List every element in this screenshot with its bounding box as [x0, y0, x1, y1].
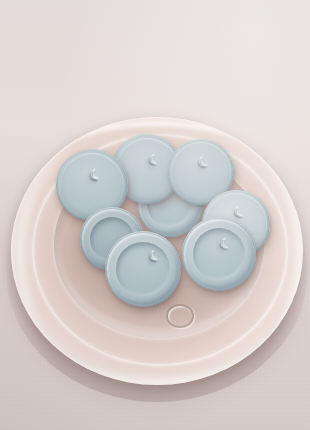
disc-front-right: ☾ — [182, 217, 256, 291]
crescent-icon: ☾ — [148, 152, 163, 168]
disc-front-left: ☾ — [105, 231, 181, 307]
disc-cluster: ☾☾☾☾☾☾ — [0, 0, 310, 430]
photo-scene: ☾☾☾☾☾☾ — [0, 0, 310, 430]
crescent-icon: ☾ — [219, 236, 233, 251]
disc-face — [116, 242, 169, 295]
disc-face — [193, 228, 245, 280]
